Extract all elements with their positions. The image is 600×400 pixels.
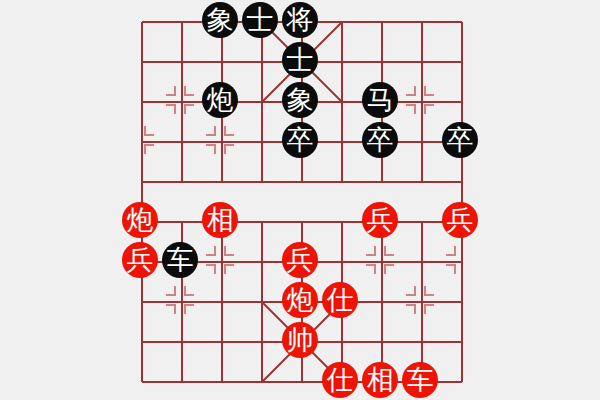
piece-red-general[interactable]: 帅 [282,322,318,358]
app-background: { "game": "xiangqi", "board": { "files":… [0,0,600,400]
piece-black-general[interactable]: 将 [282,2,318,38]
piece-black-advisor[interactable]: 士 [282,42,318,78]
piece-red-soldier[interactable]: 兵 [442,202,478,238]
piece-black-soldier[interactable]: 卒 [442,122,478,158]
xiangqi-board[interactable]: 象士将士炮象马卒卒卒炮相兵兵兵车兵炮仕帅仕相车 [140,20,460,380]
piece-red-advisor[interactable]: 仕 [322,282,358,318]
piece-red-elephant[interactable]: 相 [202,202,238,238]
piece-red-chariot[interactable]: 车 [402,362,438,398]
piece-red-soldier[interactable]: 兵 [362,202,398,238]
piece-black-soldier[interactable]: 卒 [282,122,318,158]
piece-red-advisor[interactable]: 仕 [322,362,358,398]
piece-black-advisor[interactable]: 士 [242,2,278,38]
piece-black-elephant[interactable]: 象 [282,82,318,118]
piece-black-cannon[interactable]: 炮 [202,82,238,118]
piece-red-cannon[interactable]: 炮 [122,202,158,238]
piece-red-elephant[interactable]: 相 [362,362,398,398]
piece-black-soldier[interactable]: 卒 [362,122,398,158]
piece-black-horse[interactable]: 马 [362,82,398,118]
piece-black-chariot[interactable]: 车 [162,242,198,278]
piece-red-soldier[interactable]: 兵 [282,242,318,278]
piece-black-elephant[interactable]: 象 [202,2,238,38]
piece-red-cannon[interactable]: 炮 [282,282,318,318]
piece-red-soldier[interactable]: 兵 [122,242,158,278]
